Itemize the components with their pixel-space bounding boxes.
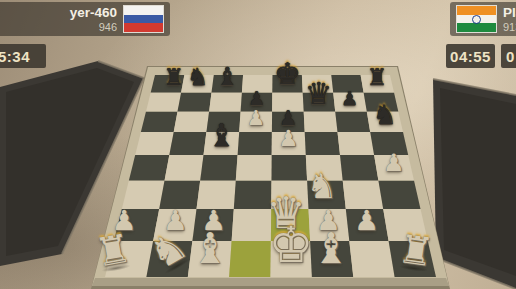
captured-tray-right-surface [440,88,516,276]
square-h3[interactable] [378,181,420,210]
india-flag-icon [456,5,497,33]
russia-flag-icon [123,5,164,33]
square-a7[interactable] [146,93,181,112]
clock-left: 5:34 [0,44,46,68]
piece-bb-c8[interactable]: ♝ [198,64,258,89]
piece-wp-h4[interactable]: ♟ [364,151,424,175]
ashoka-chakra-icon [472,15,481,24]
player-card-left[interactable]: yer-460 946 [0,2,170,36]
square-d4[interactable] [236,155,272,181]
square-a5[interactable] [135,132,174,155]
clock-right-main: 04:55 [446,44,495,68]
player-right-rating: 913 [503,21,516,34]
square-b7[interactable] [178,93,212,112]
piece-wr-h1[interactable]: ♜ [383,227,448,274]
piece-bb-c5[interactable]: ♝ [192,120,252,151]
piece-wb-f1[interactable]: ♝ [301,228,361,270]
piece-wb-c1[interactable]: ♝ [180,228,240,270]
player-card-right[interactable]: Pla 913 [450,2,516,36]
piece-bn-h6[interactable]: ♞ [355,101,415,128]
board-frame-front-face [92,278,449,286]
clock-right-main-time: 04:55 [450,48,491,65]
player-right-name: Pla [503,5,516,21]
player-left-name: yer-460 [70,5,117,21]
piece-br-h8[interactable]: ♜ [347,66,407,89]
clock-right-secondary: 0 [501,44,516,68]
square-a4[interactable] [129,155,169,181]
piece-wp-e5[interactable]: ♟ [259,128,319,150]
square-b4[interactable] [165,155,204,181]
game-screen: ♜♞♝♚♜♟♛♟♟♞♟♝♟♟♞♟♟♟♛♟♟♜♞♝♚♝♜ yer-460 946 … [0,0,516,289]
clock-left-time: 5:34 [0,48,30,65]
square-a6[interactable] [141,112,178,133]
player-left-rating: 946 [99,21,117,34]
clock-right-secondary-time: 0 [506,48,515,65]
piece-bp-d7[interactable]: ♟ [227,89,287,108]
square-c4[interactable] [200,155,237,181]
